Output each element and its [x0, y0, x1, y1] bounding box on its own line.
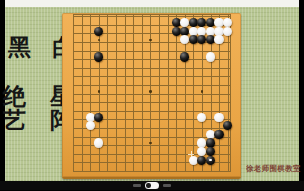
star-point — [149, 39, 151, 41]
stone-black — [214, 130, 223, 139]
star-point — [98, 90, 100, 92]
video-frame: 黑 白 绝 星 艺 阵 徐老师围棋教室 — [0, 0, 304, 190]
stone-black — [94, 52, 103, 61]
star-point — [201, 90, 203, 92]
stone-black — [223, 121, 232, 130]
go-board — [62, 13, 241, 179]
caption-jue-char: 绝 — [3, 84, 26, 108]
stone-white — [214, 113, 223, 122]
stone-white — [223, 18, 232, 27]
cursor-sparkle-icon — [188, 151, 194, 157]
stone-white — [223, 27, 232, 36]
stone-white — [86, 121, 95, 130]
stone-white — [180, 18, 189, 27]
stone-white — [180, 35, 189, 44]
caption-yi-char: 艺 — [3, 108, 26, 132]
stone-black — [94, 113, 103, 122]
top-strip — [5, 0, 299, 7]
stone-white — [197, 113, 206, 122]
star-point — [98, 39, 100, 41]
player-control-bar[interactable] — [0, 181, 304, 191]
stone-black — [94, 27, 103, 36]
caption-black-char: 黑 — [8, 35, 31, 59]
stone-white — [214, 35, 223, 44]
star-point — [149, 142, 151, 144]
stone-black-last-move — [206, 156, 215, 165]
go-board-grid — [69, 13, 232, 173]
last-move-marker — [209, 159, 212, 162]
stone-black — [180, 52, 189, 61]
player-toggle[interactable] — [145, 182, 159, 189]
star-point — [149, 90, 151, 92]
watermark-text: 徐老师围棋教室 — [246, 164, 304, 174]
stone-white — [206, 52, 215, 61]
stone-black — [206, 147, 215, 156]
stone-white — [94, 138, 103, 147]
player-left-label — [133, 184, 141, 188]
player-toggle-knob — [146, 183, 151, 188]
player-right-label — [163, 184, 171, 188]
